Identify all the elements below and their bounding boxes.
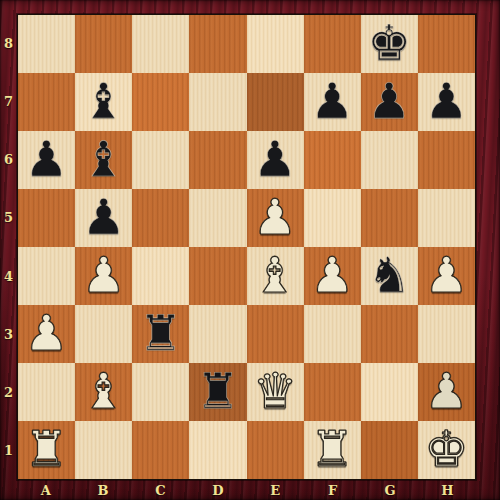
rank-label-2: 2 [0,364,17,422]
square-a3[interactable]: ♟ [18,305,75,363]
piece-white-pawn[interactable]: ♟ [25,309,69,358]
square-b2[interactable]: ♝ [75,363,132,421]
piece-white-rook[interactable]: ♜ [25,425,69,474]
square-h4[interactable]: ♟ [418,247,475,305]
square-e4[interactable]: ♝ [247,247,304,305]
square-b7[interactable]: ♝ [75,73,132,131]
piece-black-king[interactable]: ♚ [367,19,411,68]
square-c3[interactable]: ♜ [132,305,189,363]
square-b3[interactable] [75,305,132,363]
rank-label-5: 5 [0,189,17,247]
piece-white-bishop[interactable]: ♝ [253,251,297,300]
square-d5[interactable] [189,189,246,247]
piece-white-pawn[interactable]: ♟ [310,251,354,300]
piece-black-pawn[interactable]: ♟ [82,193,126,242]
rank-label-7: 7 [0,72,17,130]
piece-black-bishop[interactable]: ♝ [82,77,126,126]
square-b5[interactable]: ♟ [75,189,132,247]
piece-white-rook[interactable]: ♜ [310,425,354,474]
rank-label-1: 1 [0,422,17,480]
square-e8[interactable] [247,15,304,73]
square-h5[interactable] [418,189,475,247]
chess-board: ♚♝♟♟♟♟♝♟♟♟♟♝♟♞♟♟♜♝♜♛♟♜♜♚ [17,14,476,480]
square-e1[interactable] [247,421,304,479]
piece-white-king[interactable]: ♚ [424,425,468,474]
square-f2[interactable] [304,363,361,421]
piece-black-rook[interactable]: ♜ [139,309,183,358]
square-d3[interactable] [189,305,246,363]
square-e3[interactable] [247,305,304,363]
square-d4[interactable] [189,247,246,305]
square-h1[interactable]: ♚ [418,421,475,479]
square-c6[interactable] [132,131,189,189]
square-c1[interactable] [132,421,189,479]
file-label-d: D [189,480,246,500]
square-f1[interactable]: ♜ [304,421,361,479]
square-g3[interactable] [361,305,418,363]
square-f5[interactable] [304,189,361,247]
piece-white-pawn[interactable]: ♟ [424,251,468,300]
square-d6[interactable] [189,131,246,189]
square-f8[interactable] [304,15,361,73]
square-e5[interactable]: ♟ [247,189,304,247]
square-e6[interactable]: ♟ [247,131,304,189]
square-g4[interactable]: ♞ [361,247,418,305]
piece-white-pawn[interactable]: ♟ [424,367,468,416]
square-a7[interactable] [18,73,75,131]
piece-black-pawn[interactable]: ♟ [424,77,468,126]
square-g1[interactable] [361,421,418,479]
piece-white-queen[interactable]: ♛ [253,367,297,416]
square-h3[interactable] [418,305,475,363]
square-h8[interactable] [418,15,475,73]
square-g6[interactable] [361,131,418,189]
square-a1[interactable]: ♜ [18,421,75,479]
square-f7[interactable]: ♟ [304,73,361,131]
file-label-g: G [361,480,418,500]
file-label-h: H [419,480,476,500]
file-label-c: C [132,480,189,500]
file-label-b: B [74,480,131,500]
square-d1[interactable] [189,421,246,479]
square-d2[interactable]: ♜ [189,363,246,421]
square-c5[interactable] [132,189,189,247]
square-h6[interactable] [418,131,475,189]
square-d7[interactable] [189,73,246,131]
file-labels: ABCDEFGH [17,480,476,500]
square-f3[interactable] [304,305,361,363]
piece-black-knight[interactable]: ♞ [367,251,411,300]
square-g5[interactable] [361,189,418,247]
square-e7[interactable] [247,73,304,131]
square-e2[interactable]: ♛ [247,363,304,421]
square-g8[interactable]: ♚ [361,15,418,73]
square-b1[interactable] [75,421,132,479]
piece-white-pawn[interactable]: ♟ [82,251,126,300]
square-c7[interactable] [132,73,189,131]
piece-black-bishop[interactable]: ♝ [82,135,126,184]
square-a6[interactable]: ♟ [18,131,75,189]
file-label-a: A [17,480,74,500]
square-c2[interactable] [132,363,189,421]
square-a4[interactable] [18,247,75,305]
file-label-e: E [247,480,304,500]
square-b6[interactable]: ♝ [75,131,132,189]
square-a5[interactable] [18,189,75,247]
square-a8[interactable] [18,15,75,73]
square-h2[interactable]: ♟ [418,363,475,421]
rank-label-4: 4 [0,247,17,305]
square-c4[interactable] [132,247,189,305]
rank-label-6: 6 [0,131,17,189]
piece-black-rook[interactable]: ♜ [196,367,240,416]
square-a2[interactable] [18,363,75,421]
piece-white-pawn[interactable]: ♟ [253,193,297,242]
piece-white-bishop[interactable]: ♝ [82,367,126,416]
rank-labels: 87654321 [0,14,17,480]
rank-label-8: 8 [0,14,17,72]
rank-label-3: 3 [0,305,17,363]
chess-board-frame: 87654321 ABCDEFGH ♚♝♟♟♟♟♝♟♟♟♟♝♟♞♟♟♜♝♜♛♟♜… [0,0,500,500]
square-h7[interactable]: ♟ [418,73,475,131]
square-g2[interactable] [361,363,418,421]
square-c8[interactable] [132,15,189,73]
piece-black-pawn[interactable]: ♟ [253,135,297,184]
square-f4[interactable]: ♟ [304,247,361,305]
piece-black-pawn[interactable]: ♟ [310,77,354,126]
square-g7[interactable]: ♟ [361,73,418,131]
file-label-f: F [304,480,361,500]
piece-black-pawn[interactable]: ♟ [25,135,69,184]
piece-black-pawn[interactable]: ♟ [367,77,411,126]
square-d8[interactable] [189,15,246,73]
square-b8[interactable] [75,15,132,73]
square-f6[interactable] [304,131,361,189]
square-b4[interactable]: ♟ [75,247,132,305]
